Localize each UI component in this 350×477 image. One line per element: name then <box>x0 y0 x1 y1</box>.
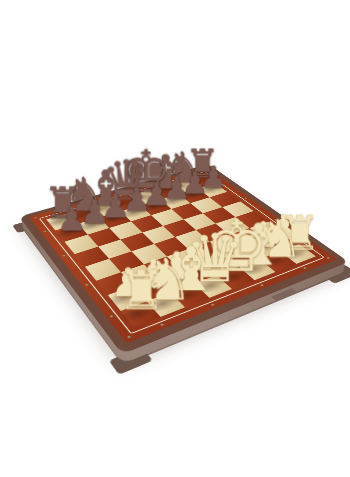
chess-set: ♜♞♝♛♚♝♞♜♟♟♟♟♟♟♟♟♟♟♟♟♟♟♟♟♜♞♝♛♚♝♞♜ <box>29 167 337 343</box>
white-rook: ♜ <box>94 267 190 315</box>
product-photo: ♜♞♝♛♚♝♞♜♟♟♟♟♟♟♟♟♟♟♟♟♟♟♟♟♜♞♝♛♚♝♞♜ <box>0 0 350 477</box>
photo-background: ♜♞♝♛♚♝♞♜♟♟♟♟♟♟♟♟♟♟♟♟♟♟♟♟♜♞♝♛♚♝♞♜ <box>0 0 350 477</box>
